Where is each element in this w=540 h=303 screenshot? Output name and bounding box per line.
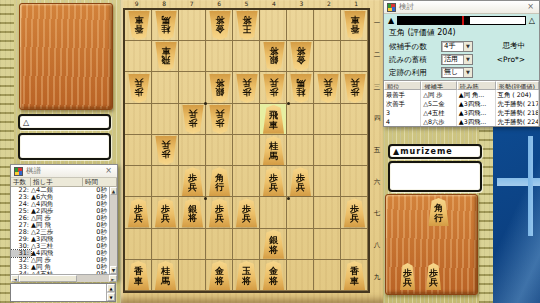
- chevron-down-icon[interactable]: ▼: [463, 55, 472, 64]
- hand-piece-角行[interactable]: 角行: [427, 198, 450, 226]
- read-accumulation-label: 読みの蓄積: [389, 55, 441, 65]
- board-cell[interactable]: 飛車: [152, 41, 179, 72]
- sente-komadai: 角行歩兵歩兵: [385, 194, 478, 295]
- shogi-piece-歩兵: 歩兵: [262, 167, 286, 196]
- col-label: 9: [123, 0, 150, 8]
- shogi-piece-歩兵: 歩兵: [154, 198, 178, 227]
- board-cell[interactable]: 金将: [206, 10, 233, 41]
- windows-logo-wallpaper: [497, 136, 540, 236]
- board-cell[interactable]: 歩兵: [152, 197, 179, 228]
- col-label: 6: [205, 0, 232, 8]
- board-cell[interactable]: 歩兵: [206, 104, 233, 135]
- kifu-move-list: 22:△4二銀0秒23:▲6六角0秒24:△4四角0秒25:▲2四歩0秒26:△…: [11, 187, 109, 274]
- row-label: 三: [371, 71, 383, 103]
- board-cell[interactable]: [341, 41, 368, 72]
- board-cell[interactable]: [260, 10, 287, 41]
- hand-piece-歩兵[interactable]: 歩兵: [425, 263, 442, 290]
- board-cell[interactable]: [125, 41, 152, 72]
- kento-window-title: 検討: [399, 2, 525, 12]
- shogi-piece-銀将: 銀将: [208, 74, 232, 103]
- shogi-piece-歩兵: 歩兵: [399, 263, 416, 290]
- row-label: 六: [371, 166, 383, 198]
- gote-mark: △: [23, 118, 29, 127]
- board-cell[interactable]: [314, 10, 341, 41]
- board-cell[interactable]: 歩兵: [152, 135, 179, 166]
- col-time: 時間: [83, 178, 117, 186]
- board-cell[interactable]: 歩兵: [341, 197, 368, 228]
- evaluation-bar-row: ▲ △: [384, 14, 539, 26]
- board-cell[interactable]: 桂馬: [152, 10, 179, 41]
- shogi-piece-歩兵: 歩兵: [425, 263, 442, 290]
- shogi-piece-香車: 香車: [127, 261, 151, 290]
- board-cell[interactable]: [287, 104, 314, 135]
- scroll-up-icon[interactable]: ▲: [107, 284, 115, 292]
- shogi-piece-香車: 香車: [127, 11, 151, 40]
- kento-window-icon: [387, 3, 396, 12]
- board-cell[interactable]: 歩兵: [314, 72, 341, 103]
- kifu-titlebar[interactable]: 棋譜 ×: [11, 165, 117, 178]
- board-cell[interactable]: 王将: [233, 10, 260, 41]
- row-label: 八: [371, 230, 383, 262]
- shogi-piece-歩兵: 歩兵: [316, 74, 340, 103]
- row-label: 五: [371, 135, 383, 167]
- board-cell[interactable]: [314, 41, 341, 72]
- sente-comment-plate: [388, 161, 482, 192]
- row-label: 四: [371, 103, 383, 135]
- sente-name: ▲murizeme: [393, 147, 453, 156]
- evaluation-summary: 互角 (評価値 204): [384, 26, 539, 40]
- sente-mark: ▲: [388, 16, 394, 25]
- board-cell[interactable]: 金将: [287, 41, 314, 72]
- board-cell[interactable]: [206, 229, 233, 260]
- board-cell[interactable]: 玉将: [233, 260, 260, 291]
- col-label: 8: [150, 0, 177, 8]
- board-cell[interactable]: [341, 229, 368, 260]
- candidate-move-row[interactable]: 最善手△同 歩▲同 角...互角 ( 204): [384, 90, 539, 99]
- gote-nameplate: △: [18, 114, 111, 130]
- shogi-piece-歩兵: 歩兵: [127, 198, 151, 227]
- shogi-piece-角行: 角行: [427, 198, 450, 226]
- shogi-piece-銀将: 銀将: [181, 198, 205, 227]
- row-label: 二: [371, 40, 383, 72]
- board-cell[interactable]: [260, 197, 287, 228]
- shogi-piece-歩兵: 歩兵: [208, 198, 232, 227]
- board-star-point: [287, 197, 290, 200]
- board-cell[interactable]: [287, 197, 314, 228]
- engine-name: <Pro*>: [497, 55, 525, 64]
- kento-titlebar[interactable]: 検討 ×: [384, 1, 539, 14]
- scroll-left-icon[interactable]: ◄: [11, 275, 19, 282]
- board-cell[interactable]: 香車: [125, 260, 152, 291]
- board-cell[interactable]: [125, 166, 152, 197]
- candidate-table-header: 順位候補手読み筋形勢(評価値): [384, 81, 539, 90]
- board-cell[interactable]: [314, 104, 341, 135]
- kifu-window: 棋譜 × 手数 指し手 時間 22:△4二銀0秒23:▲6六角0秒24:△4四角…: [10, 164, 118, 280]
- shogi-piece-歩兵: 歩兵: [181, 167, 205, 196]
- shogi-piece-王将: 王将: [235, 11, 259, 40]
- shogi-piece-桂馬: 桂馬: [289, 74, 313, 103]
- shogi-piece-金将: 金将: [262, 261, 286, 290]
- board-cell[interactable]: 香車: [341, 10, 368, 41]
- board-cell[interactable]: 銀将: [260, 41, 287, 72]
- board-cell[interactable]: [152, 166, 179, 197]
- board-cell[interactable]: 金将: [206, 260, 233, 291]
- board-cell[interactable]: [125, 229, 152, 260]
- board-cell[interactable]: 歩兵: [341, 72, 368, 103]
- col-label: 1: [343, 0, 370, 8]
- shogi-piece-桂馬: 桂馬: [154, 261, 178, 290]
- kifu-column-headers: 手数 指し手 時間: [11, 178, 117, 187]
- kifu-window-title: 棋譜: [26, 166, 103, 176]
- board-cell[interactable]: 歩兵: [260, 166, 287, 197]
- joseki-use-select[interactable]: 無し ▼: [441, 67, 473, 78]
- shogi-piece-桂馬: 桂馬: [262, 136, 286, 165]
- board-cell[interactable]: 歩兵: [233, 197, 260, 228]
- board-cell[interactable]: [179, 229, 206, 260]
- row-label: 九: [371, 261, 383, 293]
- board-cell[interactable]: 歩兵: [233, 72, 260, 103]
- shogi-piece-歩兵: 歩兵: [154, 136, 178, 165]
- board-cell[interactable]: 歩兵: [287, 166, 314, 197]
- board-cell[interactable]: [206, 41, 233, 72]
- shogi-piece-歩兵: 歩兵: [127, 74, 151, 103]
- board-cell[interactable]: [179, 260, 206, 291]
- board-cell[interactable]: 香車: [125, 10, 152, 41]
- board-cell[interactable]: [314, 197, 341, 228]
- shogi-piece-角行: 角行: [208, 167, 232, 196]
- shogi-piece-桂馬: 桂馬: [154, 11, 178, 40]
- board-col-labels: 987654321: [123, 0, 370, 8]
- shogi-piece-歩兵: 歩兵: [235, 198, 259, 227]
- col-label: 4: [260, 0, 287, 8]
- board-cell[interactable]: [179, 10, 206, 41]
- evaluation-bar-fill: [398, 17, 470, 24]
- chevron-down-icon[interactable]: ▼: [463, 68, 472, 77]
- evaluation-bar-center-mark: [462, 16, 464, 25]
- shogi-piece-歩兵: 歩兵: [262, 74, 286, 103]
- thinking-status: 思考中: [503, 41, 526, 51]
- board-cell[interactable]: 桂馬: [152, 260, 179, 291]
- joseki-use-label: 定跡の利用: [389, 68, 441, 78]
- shogi-board: 987654321 一二三四五六七八九 香車桂馬金将王将香車飛車銀将金将歩兵銀将…: [121, 0, 383, 303]
- row-label: 七: [371, 198, 383, 230]
- board-cell[interactable]: [179, 135, 206, 166]
- board-cell[interactable]: [152, 72, 179, 103]
- board-cell[interactable]: [287, 229, 314, 260]
- board-cell[interactable]: [341, 135, 368, 166]
- board-cell[interactable]: [125, 135, 152, 166]
- analysis-controls: 候補手の数 4手 ▼ 読みの蓄積 活用 ▼ 定跡の利用 無し ▼ 思考中 <Pr…: [384, 40, 539, 79]
- shogi-piece-歩兵: 歩兵: [343, 198, 367, 227]
- board-star-point: [204, 102, 207, 105]
- kento-close-icon[interactable]: ×: [525, 2, 536, 12]
- kifu-move-row[interactable]: 34:△4五桂0秒: [11, 271, 109, 274]
- board-cell[interactable]: [152, 229, 179, 260]
- candidates-count-select[interactable]: 4手 ▼: [441, 41, 473, 52]
- board-cell[interactable]: [233, 41, 260, 72]
- candidate-move-row[interactable]: 4△8六歩▲3四飛...先手勝勢( 2247): [384, 117, 539, 126]
- board-cell[interactable]: [233, 229, 260, 260]
- candidate-moves-table: 順位候補手読み筋形勢(評価値)最善手△同 歩▲同 角...互角 ( 204)次善…: [384, 80, 539, 126]
- candidate-move-row[interactable]: 次善手△5二金▲3四飛...先手勝勢( 2179): [384, 99, 539, 108]
- board-cell[interactable]: [287, 135, 314, 166]
- row-label: 一: [371, 8, 383, 40]
- kento-window: 検討 × ▲ △ 互角 (評価値 204) 候補手の数 4手 ▼ 読みの蓄積 活…: [383, 0, 540, 127]
- scroll-up-icon[interactable]: ▲: [110, 187, 117, 195]
- col-move-number: 手数: [11, 178, 31, 186]
- shogi-piece-金将: 金将: [289, 42, 313, 71]
- board-cell[interactable]: [341, 166, 368, 197]
- shogi-piece-歩兵: 歩兵: [181, 105, 205, 134]
- candidate-move-row[interactable]: 3△4五桂▲3四飛...先手勝勢( 2189): [384, 108, 539, 117]
- shogi-piece-金将: 金将: [208, 261, 232, 290]
- shogi-piece-飛車: 飛車: [154, 42, 178, 71]
- col-move: 指し手: [31, 178, 83, 186]
- board-cell[interactable]: 歩兵: [125, 72, 152, 103]
- board-cell[interactable]: [233, 104, 260, 135]
- board-cell[interactable]: 飛車: [260, 104, 287, 135]
- shogi-piece-玉将: 玉将: [235, 261, 259, 290]
- scroll-right-icon[interactable]: ►: [109, 275, 117, 282]
- board-cell[interactable]: [179, 41, 206, 72]
- gote-komadai: [19, 3, 113, 110]
- board-cell[interactable]: [314, 166, 341, 197]
- shogi-piece-香車: 香車: [343, 261, 367, 290]
- board-cell[interactable]: 銀将: [206, 72, 233, 103]
- chevron-down-icon[interactable]: ▼: [463, 42, 472, 51]
- shogi-piece-金将: 金将: [208, 11, 232, 40]
- board-row-labels: 一二三四五六七八九: [371, 8, 383, 293]
- kifu-close-icon[interactable]: ×: [103, 166, 114, 176]
- board-cell[interactable]: 銀将: [260, 229, 287, 260]
- board-cell[interactable]: 角行: [206, 166, 233, 197]
- board-cell[interactable]: [287, 260, 314, 291]
- board-cell[interactable]: [314, 135, 341, 166]
- sente-nameplate: ▲murizeme: [388, 144, 482, 159]
- board-cell[interactable]: [233, 135, 260, 166]
- shogi-piece-歩兵: 歩兵: [343, 74, 367, 103]
- board-cell[interactable]: [179, 72, 206, 103]
- kifu-comment-box[interactable]: ▲ ▼: [10, 283, 116, 302]
- candidates-count-label: 候補手の数: [389, 42, 441, 52]
- board-cell[interactable]: [341, 104, 368, 135]
- shogi-piece-歩兵: 歩兵: [235, 74, 259, 103]
- kifu-vertical-scrollbar[interactable]: ▲ ▼: [109, 187, 117, 274]
- board-cell[interactable]: [206, 135, 233, 166]
- kifu-horizontal-scrollbar[interactable]: ◄ ►: [11, 274, 117, 282]
- board-star-point: [287, 102, 290, 105]
- board-cell[interactable]: 歩兵: [179, 104, 206, 135]
- gote-comment-plate: [18, 133, 111, 160]
- board-cell[interactable]: 桂馬: [287, 72, 314, 103]
- board-cell[interactable]: [233, 166, 260, 197]
- board-cell[interactable]: [287, 10, 314, 41]
- shogi-piece-銀将: 銀将: [262, 42, 286, 71]
- board-cell[interactable]: [125, 104, 152, 135]
- shogi-piece-歩兵: 歩兵: [208, 105, 232, 134]
- col-label: 3: [288, 0, 315, 8]
- board-grid: 香車桂馬金将王将香車飛車銀将金将歩兵銀将歩兵歩兵桂馬歩兵歩兵歩兵歩兵飛車歩兵桂馬…: [123, 8, 370, 293]
- hand-piece-歩兵[interactable]: 歩兵: [399, 263, 416, 290]
- col-label: 2: [315, 0, 342, 8]
- board-cell[interactable]: [314, 260, 341, 291]
- board-cell[interactable]: [314, 229, 341, 260]
- board-cell[interactable]: 金将: [260, 260, 287, 291]
- shogi-piece-香車: 香車: [343, 11, 367, 40]
- col-label: 5: [233, 0, 260, 8]
- board-cell[interactable]: 銀将: [179, 197, 206, 228]
- read-accumulation-select[interactable]: 活用 ▼: [441, 54, 473, 65]
- scrollbar-thumb[interactable]: [19, 275, 77, 282]
- evaluation-bar: [397, 16, 526, 25]
- board-cell[interactable]: 歩兵: [179, 166, 206, 197]
- shogi-piece-飛車: 飛車: [262, 105, 286, 134]
- kifu-window-icon: [14, 167, 23, 176]
- board-cell[interactable]: 歩兵: [125, 197, 152, 228]
- col-label: 7: [178, 0, 205, 8]
- scroll-down-icon[interactable]: ▼: [107, 293, 115, 301]
- board-cell[interactable]: 歩兵: [206, 197, 233, 228]
- scroll-down-icon[interactable]: ▼: [110, 266, 117, 274]
- board-cell[interactable]: 桂馬: [260, 135, 287, 166]
- board-cell[interactable]: 香車: [341, 260, 368, 291]
- board-star-point: [204, 197, 207, 200]
- shogi-piece-歩兵: 歩兵: [289, 167, 313, 196]
- board-cell[interactable]: [152, 104, 179, 135]
- comment-scrollbar[interactable]: ▲ ▼: [106, 284, 115, 301]
- board-cell[interactable]: 歩兵: [260, 72, 287, 103]
- gote-mark: △: [529, 16, 535, 25]
- shogi-piece-銀将: 銀将: [262, 230, 286, 259]
